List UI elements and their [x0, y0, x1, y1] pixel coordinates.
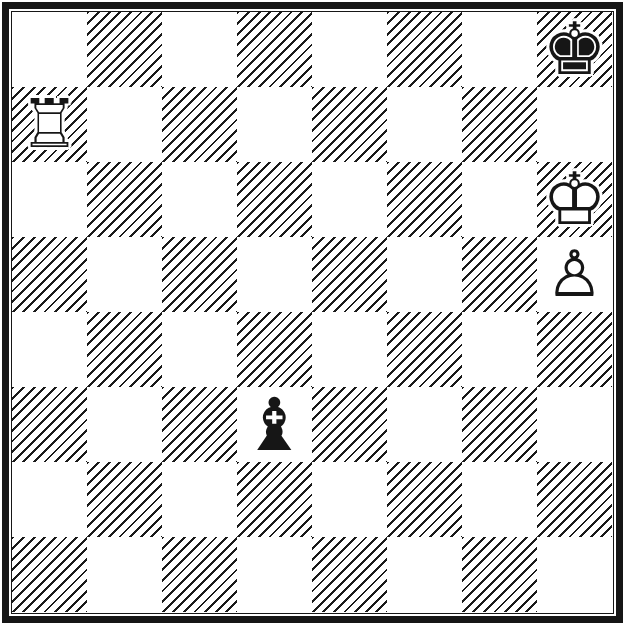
square-d4[interactable] — [237, 312, 312, 387]
square-g2[interactable] — [462, 462, 537, 537]
square-h6[interactable]: ♚♔ — [537, 162, 612, 237]
square-a8[interactable] — [12, 12, 87, 87]
square-f2[interactable] — [387, 462, 462, 537]
piece-black-bishop-d3[interactable]: ♝♝ — [237, 387, 312, 462]
square-e3[interactable] — [312, 387, 387, 462]
square-f6[interactable] — [387, 162, 462, 237]
square-d3[interactable]: ♝♝ — [237, 387, 312, 462]
square-h4[interactable] — [537, 312, 612, 387]
square-h7[interactable] — [537, 87, 612, 162]
square-h8[interactable]: ♚♚ — [537, 12, 612, 87]
square-d6[interactable] — [237, 162, 312, 237]
square-g1[interactable] — [462, 537, 537, 612]
square-g4[interactable] — [462, 312, 537, 387]
square-f4[interactable] — [387, 312, 462, 387]
square-a1[interactable] — [12, 537, 87, 612]
white-pawn-icon: ♙ — [537, 237, 612, 312]
square-b4[interactable] — [87, 312, 162, 387]
square-g3[interactable] — [462, 387, 537, 462]
piece-silhouette: ♟ — [537, 237, 612, 312]
square-c3[interactable] — [162, 387, 237, 462]
square-h3[interactable] — [537, 387, 612, 462]
square-a7[interactable]: ♜♖ — [12, 87, 87, 162]
square-h5[interactable]: ♟♙ — [537, 237, 612, 312]
square-c1[interactable] — [162, 537, 237, 612]
piece-white-rook-a7[interactable]: ♜♖ — [12, 87, 87, 162]
black-bishop-icon: ♝ — [237, 387, 312, 462]
piece-silhouette: ♜ — [12, 87, 87, 162]
piece-silhouette: ♚ — [537, 162, 612, 237]
white-king-icon: ♔ — [537, 162, 612, 237]
piece-black-king-h8[interactable]: ♚♚ — [537, 12, 612, 87]
piece-white-pawn-h5[interactable]: ♟♙ — [537, 237, 612, 312]
square-b2[interactable] — [87, 462, 162, 537]
square-f3[interactable] — [387, 387, 462, 462]
square-f5[interactable] — [387, 237, 462, 312]
square-h1[interactable] — [537, 537, 612, 612]
white-rook-icon: ♖ — [12, 87, 87, 162]
square-h2[interactable] — [537, 462, 612, 537]
square-d1[interactable] — [237, 537, 312, 612]
chess-board: ♚♚♜♖♚♔♟♙♝♝ — [12, 12, 612, 612]
square-g8[interactable] — [462, 12, 537, 87]
square-f1[interactable] — [387, 537, 462, 612]
square-c7[interactable] — [162, 87, 237, 162]
square-a5[interactable] — [12, 237, 87, 312]
square-c8[interactable] — [162, 12, 237, 87]
board-inner-border: ♚♚♜♖♚♔♟♙♝♝ — [11, 11, 614, 614]
square-d7[interactable] — [237, 87, 312, 162]
square-c5[interactable] — [162, 237, 237, 312]
square-f7[interactable] — [387, 87, 462, 162]
square-g7[interactable] — [462, 87, 537, 162]
square-b1[interactable] — [87, 537, 162, 612]
square-e7[interactable] — [312, 87, 387, 162]
square-e4[interactable] — [312, 312, 387, 387]
piece-silhouette: ♝ — [237, 387, 312, 462]
board-outer-border: ♚♚♜♖♚♔♟♙♝♝ — [2, 2, 623, 623]
square-g5[interactable] — [462, 237, 537, 312]
square-b8[interactable] — [87, 12, 162, 87]
square-c2[interactable] — [162, 462, 237, 537]
square-a4[interactable] — [12, 312, 87, 387]
square-e1[interactable] — [312, 537, 387, 612]
square-e2[interactable] — [312, 462, 387, 537]
square-b7[interactable] — [87, 87, 162, 162]
square-c4[interactable] — [162, 312, 237, 387]
piece-silhouette: ♚ — [537, 12, 612, 87]
piece-white-king-h6[interactable]: ♚♔ — [537, 162, 612, 237]
square-d8[interactable] — [237, 12, 312, 87]
square-a2[interactable] — [12, 462, 87, 537]
square-f8[interactable] — [387, 12, 462, 87]
square-a6[interactable] — [12, 162, 87, 237]
square-d5[interactable] — [237, 237, 312, 312]
square-e5[interactable] — [312, 237, 387, 312]
square-b5[interactable] — [87, 237, 162, 312]
square-e8[interactable] — [312, 12, 387, 87]
square-a3[interactable] — [12, 387, 87, 462]
square-d2[interactable] — [237, 462, 312, 537]
square-e6[interactable] — [312, 162, 387, 237]
square-g6[interactable] — [462, 162, 537, 237]
square-b3[interactable] — [87, 387, 162, 462]
chess-diagram: ♚♚♜♖♚♔♟♙♝♝ — [0, 0, 625, 625]
square-c6[interactable] — [162, 162, 237, 237]
square-b6[interactable] — [87, 162, 162, 237]
black-king-icon: ♚ — [537, 12, 612, 87]
